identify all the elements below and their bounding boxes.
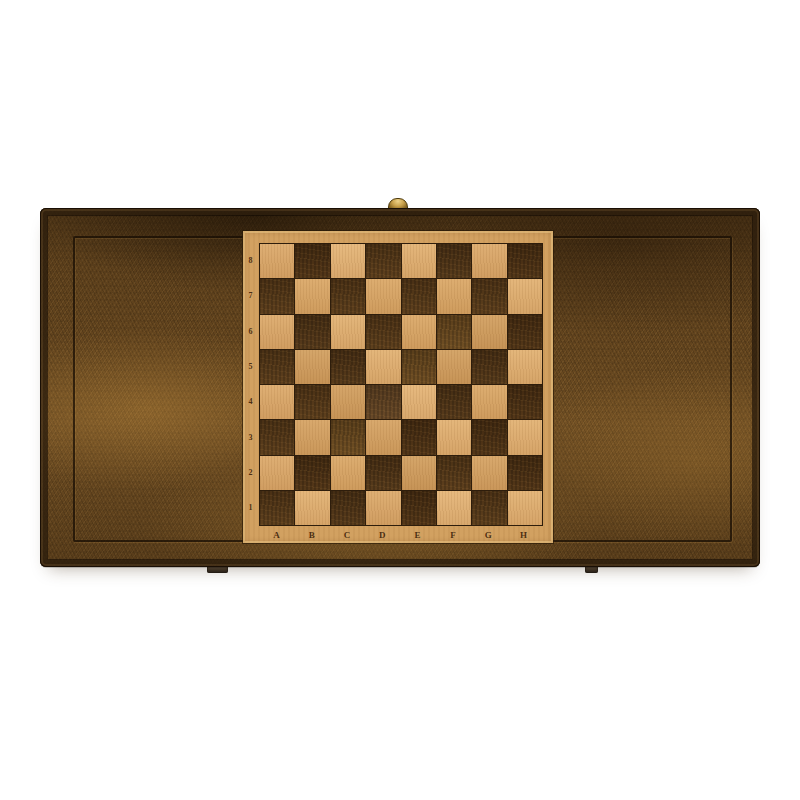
- square-a2[interactable]: [260, 456, 294, 490]
- square-g2[interactable]: [472, 456, 506, 490]
- square-d1[interactable]: [366, 491, 400, 525]
- square-b5[interactable]: [295, 350, 329, 384]
- square-f2[interactable]: [437, 456, 471, 490]
- square-a3[interactable]: [260, 420, 294, 454]
- rank-label-2: 2: [243, 455, 258, 490]
- rank-label-6: 6: [243, 314, 258, 349]
- file-label-C: C: [330, 526, 365, 543]
- square-c3[interactable]: [331, 420, 365, 454]
- square-f4[interactable]: [437, 385, 471, 419]
- rank-label-7: 7: [243, 278, 258, 313]
- square-b3[interactable]: [295, 420, 329, 454]
- square-h5[interactable]: [508, 350, 542, 384]
- square-d7[interactable]: [366, 279, 400, 313]
- square-c6[interactable]: [331, 315, 365, 349]
- square-b8[interactable]: [295, 244, 329, 278]
- rank-label-5: 5: [243, 349, 258, 384]
- square-c1[interactable]: [331, 491, 365, 525]
- square-c7[interactable]: [331, 279, 365, 313]
- square-h4[interactable]: [508, 385, 542, 419]
- square-g4[interactable]: [472, 385, 506, 419]
- square-g8[interactable]: [472, 244, 506, 278]
- square-e2[interactable]: [402, 456, 436, 490]
- square-b1[interactable]: [295, 491, 329, 525]
- square-g3[interactable]: [472, 420, 506, 454]
- rank-label-1: 1: [243, 490, 258, 525]
- square-b6[interactable]: [295, 315, 329, 349]
- square-h2[interactable]: [508, 456, 542, 490]
- square-a4[interactable]: [260, 385, 294, 419]
- square-d8[interactable]: [366, 244, 400, 278]
- rank-label-4: 4: [243, 384, 258, 419]
- square-a7[interactable]: [260, 279, 294, 313]
- square-e4[interactable]: [402, 385, 436, 419]
- square-d5[interactable]: [366, 350, 400, 384]
- square-e7[interactable]: [402, 279, 436, 313]
- file-label-E: E: [400, 526, 435, 543]
- square-f3[interactable]: [437, 420, 471, 454]
- square-e8[interactable]: [402, 244, 436, 278]
- square-a1[interactable]: [260, 491, 294, 525]
- file-label-G: G: [471, 526, 506, 543]
- square-c4[interactable]: [331, 385, 365, 419]
- rank-label-3: 3: [243, 420, 258, 455]
- square-d6[interactable]: [366, 315, 400, 349]
- square-f6[interactable]: [437, 315, 471, 349]
- square-d3[interactable]: [366, 420, 400, 454]
- file-label-F: F: [436, 526, 471, 543]
- square-g7[interactable]: [472, 279, 506, 313]
- square-h8[interactable]: [508, 244, 542, 278]
- square-d2[interactable]: [366, 456, 400, 490]
- square-h7[interactable]: [508, 279, 542, 313]
- square-h3[interactable]: [508, 420, 542, 454]
- file-label-A: A: [259, 526, 294, 543]
- chessboard-inlay: 87654321ABCDEFGH: [243, 231, 553, 543]
- square-e3[interactable]: [402, 420, 436, 454]
- square-c5[interactable]: [331, 350, 365, 384]
- square-f7[interactable]: [437, 279, 471, 313]
- file-label-H: H: [506, 526, 541, 543]
- square-c8[interactable]: [331, 244, 365, 278]
- square-b2[interactable]: [295, 456, 329, 490]
- square-b4[interactable]: [295, 385, 329, 419]
- rank-label-8: 8: [243, 243, 258, 278]
- square-h1[interactable]: [508, 491, 542, 525]
- square-a6[interactable]: [260, 315, 294, 349]
- chessboard-grid: [259, 243, 543, 526]
- square-f5[interactable]: [437, 350, 471, 384]
- square-g6[interactable]: [472, 315, 506, 349]
- square-b7[interactable]: [295, 279, 329, 313]
- square-g5[interactable]: [472, 350, 506, 384]
- square-a8[interactable]: [260, 244, 294, 278]
- square-a5[interactable]: [260, 350, 294, 384]
- product-photo-scene: 87654321ABCDEFGH: [0, 0, 800, 800]
- square-f1[interactable]: [437, 491, 471, 525]
- square-e5[interactable]: [402, 350, 436, 384]
- square-g1[interactable]: [472, 491, 506, 525]
- file-label-D: D: [365, 526, 400, 543]
- square-c2[interactable]: [331, 456, 365, 490]
- file-label-B: B: [294, 526, 329, 543]
- square-f8[interactable]: [437, 244, 471, 278]
- square-h6[interactable]: [508, 315, 542, 349]
- square-e6[interactable]: [402, 315, 436, 349]
- square-d4[interactable]: [366, 385, 400, 419]
- square-e1[interactable]: [402, 491, 436, 525]
